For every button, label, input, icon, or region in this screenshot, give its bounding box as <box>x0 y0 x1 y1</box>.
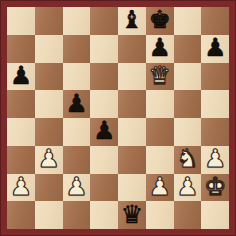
chess-board-frame: ♝♚♟♟♟♛♟♟♟♞♟♟♟♟♟♚♛ <box>1 1 235 235</box>
square-d1[interactable] <box>90 201 118 229</box>
square-c6[interactable] <box>63 63 91 91</box>
square-e7[interactable] <box>118 35 146 63</box>
piece-black-king[interactable]: ♚ <box>148 7 170 32</box>
square-g8[interactable] <box>174 7 202 35</box>
square-e8[interactable]: ♝ <box>118 7 146 35</box>
piece-black-pawn[interactable]: ♟ <box>204 35 226 60</box>
square-b5[interactable] <box>35 90 63 118</box>
piece-black-pawn[interactable]: ♟ <box>93 118 115 143</box>
square-b6[interactable] <box>35 63 63 91</box>
square-h1[interactable] <box>201 201 229 229</box>
square-g4[interactable] <box>174 118 202 146</box>
piece-white-pawn[interactable]: ♟ <box>176 174 198 199</box>
square-a4[interactable] <box>7 118 35 146</box>
square-e2[interactable] <box>118 174 146 202</box>
square-b2[interactable] <box>35 174 63 202</box>
piece-black-pawn[interactable]: ♟ <box>65 91 87 116</box>
square-d8[interactable] <box>90 7 118 35</box>
square-g6[interactable] <box>174 63 202 91</box>
square-d3[interactable] <box>90 146 118 174</box>
square-c8[interactable] <box>63 7 91 35</box>
square-f5[interactable] <box>146 90 174 118</box>
square-f7[interactable]: ♟ <box>146 35 174 63</box>
square-d2[interactable] <box>90 174 118 202</box>
square-h5[interactable] <box>201 90 229 118</box>
square-c7[interactable] <box>63 35 91 63</box>
square-g1[interactable] <box>174 201 202 229</box>
piece-black-pawn[interactable]: ♟ <box>10 63 32 88</box>
square-g3[interactable]: ♞ <box>174 146 202 174</box>
square-f8[interactable]: ♚ <box>146 7 174 35</box>
square-f1[interactable] <box>146 201 174 229</box>
square-b3[interactable]: ♟ <box>35 146 63 174</box>
square-f2[interactable]: ♟ <box>146 174 174 202</box>
square-b1[interactable] <box>35 201 63 229</box>
square-d5[interactable] <box>90 90 118 118</box>
piece-white-pawn[interactable]: ♟ <box>204 146 226 171</box>
square-c1[interactable] <box>63 201 91 229</box>
square-f6[interactable]: ♛ <box>146 63 174 91</box>
square-c2[interactable]: ♟ <box>63 174 91 202</box>
piece-white-pawn[interactable]: ♟ <box>37 146 59 171</box>
square-e4[interactable] <box>118 118 146 146</box>
square-c4[interactable] <box>63 118 91 146</box>
square-a2[interactable]: ♟ <box>7 174 35 202</box>
square-c5[interactable]: ♟ <box>63 90 91 118</box>
square-a1[interactable] <box>7 201 35 229</box>
square-e3[interactable] <box>118 146 146 174</box>
piece-white-pawn[interactable]: ♟ <box>65 174 87 199</box>
square-h3[interactable]: ♟ <box>201 146 229 174</box>
square-a7[interactable] <box>7 35 35 63</box>
piece-white-pawn[interactable]: ♟ <box>148 174 170 199</box>
board-outer-edge: ♝♚♟♟♟♛♟♟♟♞♟♟♟♟♟♚♛ <box>0 0 236 236</box>
square-g7[interactable] <box>174 35 202 63</box>
square-h7[interactable]: ♟ <box>201 35 229 63</box>
square-b7[interactable] <box>35 35 63 63</box>
chess-board: ♝♚♟♟♟♛♟♟♟♞♟♟♟♟♟♚♛ <box>7 7 229 229</box>
square-d6[interactable] <box>90 63 118 91</box>
square-c3[interactable] <box>63 146 91 174</box>
piece-white-king[interactable]: ♚ <box>204 174 226 199</box>
square-e1[interactable]: ♛ <box>118 201 146 229</box>
square-b4[interactable] <box>35 118 63 146</box>
square-f4[interactable] <box>146 118 174 146</box>
square-a8[interactable] <box>7 7 35 35</box>
piece-black-pawn[interactable]: ♟ <box>148 35 170 60</box>
piece-black-queen[interactable]: ♛ <box>121 202 143 227</box>
piece-black-bishop[interactable]: ♝ <box>121 7 143 32</box>
piece-white-knight[interactable]: ♞ <box>176 146 198 171</box>
piece-white-queen[interactable]: ♛ <box>148 63 170 88</box>
square-f3[interactable] <box>146 146 174 174</box>
square-h2[interactable]: ♚ <box>201 174 229 202</box>
square-h6[interactable] <box>201 63 229 91</box>
square-b8[interactable] <box>35 7 63 35</box>
square-g5[interactable] <box>174 90 202 118</box>
square-a3[interactable] <box>7 146 35 174</box>
square-d4[interactable]: ♟ <box>90 118 118 146</box>
square-e6[interactable] <box>118 63 146 91</box>
piece-white-pawn[interactable]: ♟ <box>10 174 32 199</box>
square-g2[interactable]: ♟ <box>174 174 202 202</box>
square-a5[interactable] <box>7 90 35 118</box>
square-d7[interactable] <box>90 35 118 63</box>
square-a6[interactable]: ♟ <box>7 63 35 91</box>
square-e5[interactable] <box>118 90 146 118</box>
square-h4[interactable] <box>201 118 229 146</box>
square-h8[interactable] <box>201 7 229 35</box>
